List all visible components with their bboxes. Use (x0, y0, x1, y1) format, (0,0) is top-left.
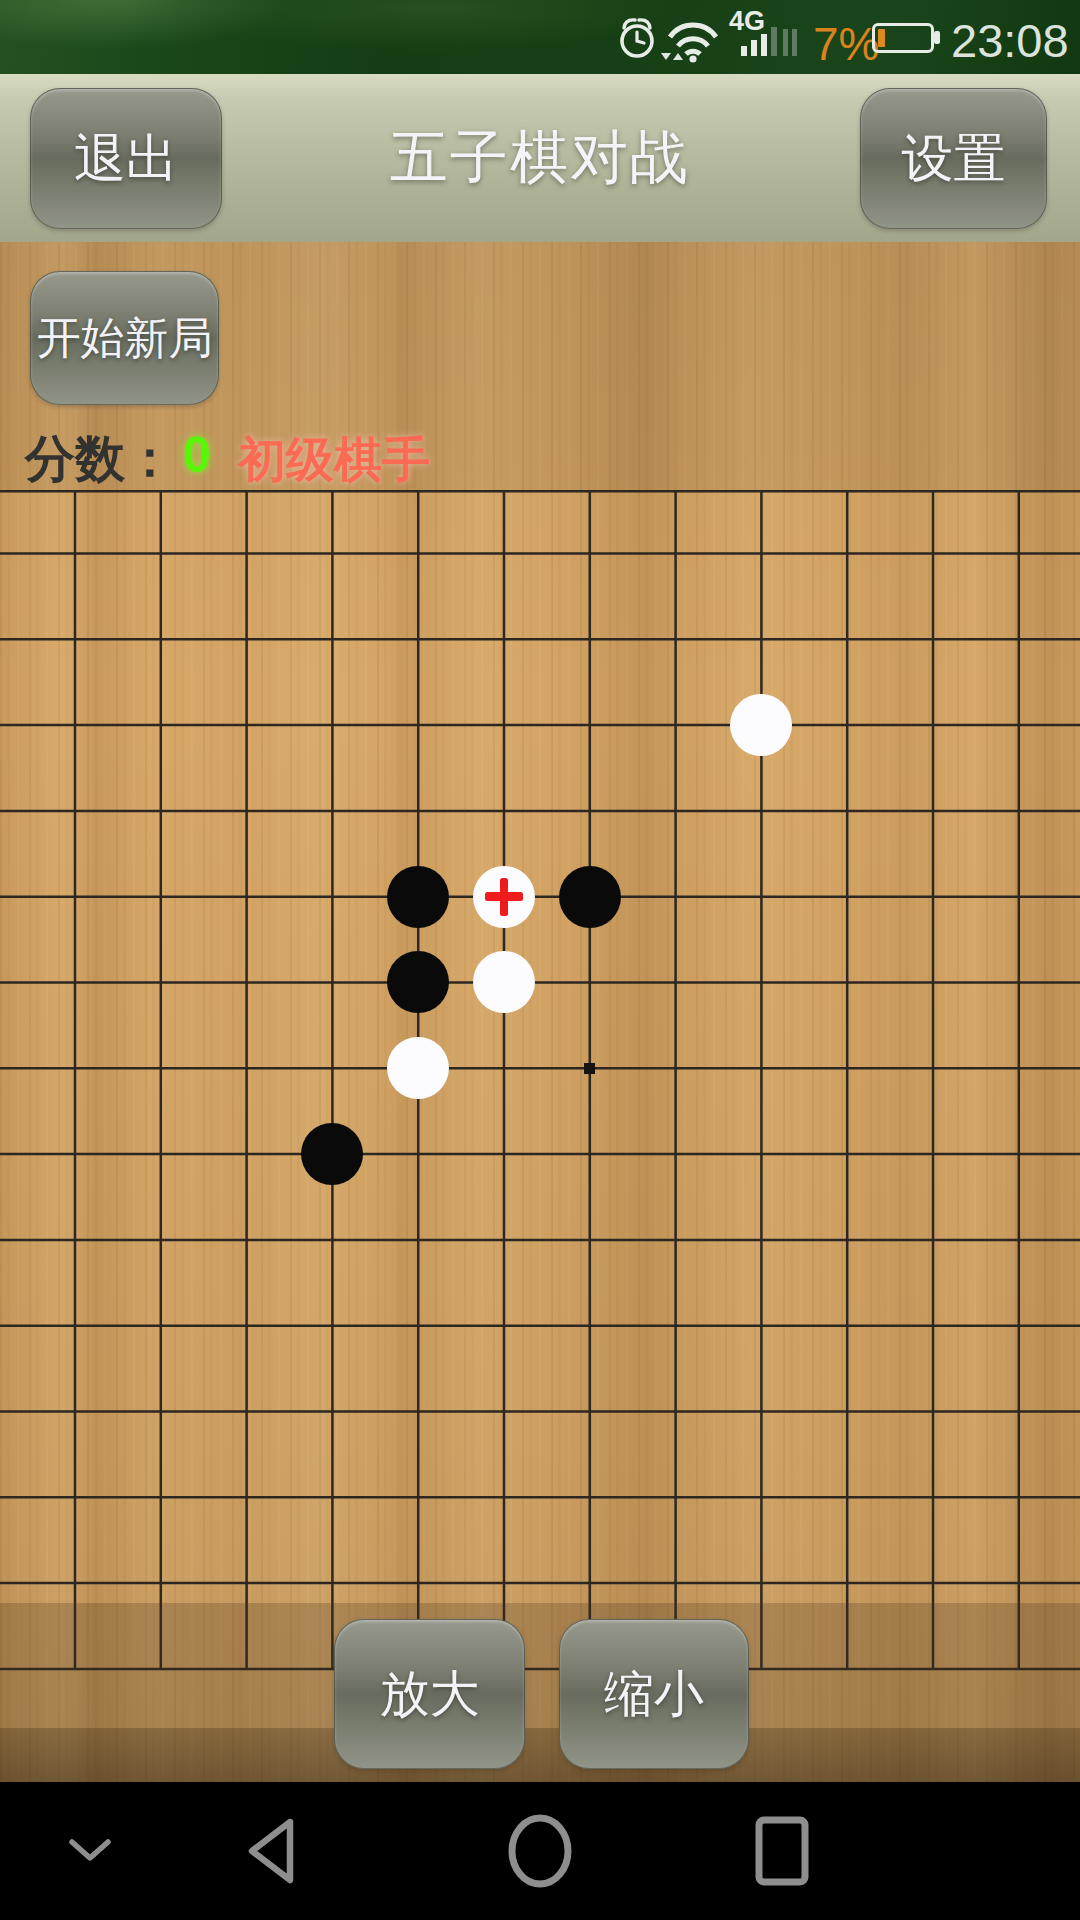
battery-nub (934, 31, 940, 44)
battery-fill-level (878, 29, 885, 47)
black-stone (559, 866, 621, 928)
back-icon[interactable] (242, 1816, 300, 1886)
gomoku-board[interactable] (32, 511, 1062, 1712)
bottom-shade-dark (0, 1728, 1080, 1782)
home-icon[interactable] (505, 1811, 575, 1891)
sim2-signal-bars-icon (783, 29, 798, 56)
black-stone (387, 866, 449, 928)
phone-screen: 4G 7% 23:08 五子棋对战 退出 设置 开始新局 分数： 0 初级棋手 (0, 0, 1080, 1920)
black-stone (301, 1123, 363, 1185)
title-bar: 五子棋对战 退出 设置 (0, 74, 1080, 242)
board-background: 开始新局 分数： 0 初级棋手 放大 缩小 (0, 242, 1080, 1782)
new-game-button[interactable]: 开始新局 (30, 271, 219, 405)
chevron-down-icon[interactable] (68, 1838, 112, 1864)
white-stone (387, 1037, 449, 1099)
recents-icon[interactable] (752, 1815, 812, 1887)
clock-label: 23:08 (951, 17, 1069, 64)
white-stone-last-move (473, 866, 535, 928)
score-label: 分数： (25, 426, 175, 493)
star-point-marker (584, 1063, 595, 1074)
status-bar: 4G 7% 23:08 (0, 0, 1080, 74)
wifi-icon (660, 15, 722, 63)
white-stone (473, 951, 535, 1013)
white-stone (730, 694, 792, 756)
black-stone (387, 951, 449, 1013)
alarm-icon (616, 15, 658, 61)
exit-button[interactable]: 退出 (30, 88, 222, 229)
battery-percent-label: 7% (813, 21, 879, 67)
settings-button[interactable]: 设置 (860, 88, 1047, 229)
bottom-shade-light (0, 1603, 1080, 1728)
battery-icon (872, 23, 934, 53)
rank-label: 初级棋手 (238, 428, 430, 492)
signal-bars-icon (741, 26, 779, 56)
navigation-bar (0, 1782, 1080, 1920)
last-move-cross (500, 878, 509, 916)
zoom-out-button[interactable]: 缩小 (559, 1619, 749, 1769)
zoom-in-button[interactable]: 放大 (334, 1619, 525, 1769)
score-value: 0 (183, 426, 211, 484)
score-row: 分数： 0 初级棋手 (0, 426, 720, 486)
